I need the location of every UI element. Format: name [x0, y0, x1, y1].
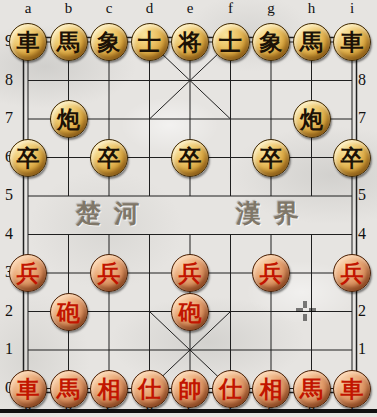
file-label-top-g: g — [264, 1, 278, 16]
piece-black-soldier-g6[interactable]: 卒 — [252, 139, 290, 177]
piece-black-horse-h9[interactable]: 馬 — [293, 23, 331, 61]
piece-red-soldier-c3[interactable]: 兵 — [90, 254, 128, 292]
piece-red-chariot-i0[interactable]: 車 — [333, 370, 371, 408]
file-label-top-a: a — [21, 1, 35, 16]
piece-red-soldier-a3[interactable]: 兵 — [9, 254, 47, 292]
piece-grid: 車馬象士将士象馬車炮炮卒卒卒卒卒兵兵兵兵兵砲砲車馬相仕帥仕相馬車 — [8, 23, 373, 408]
piece-black-chariot-a9[interactable]: 車 — [9, 23, 47, 61]
crosshair-cursor — [296, 301, 316, 321]
piece-red-elephant-g0[interactable]: 相 — [252, 370, 290, 408]
xiangqi-board[interactable]: 楚河 漢界 aabbccddeeffgghhii9988776655443322… — [0, 0, 377, 417]
piece-black-horse-b9[interactable]: 馬 — [50, 23, 88, 61]
piece-black-cannon-h7[interactable]: 炮 — [293, 100, 331, 138]
piece-red-chariot-a0[interactable]: 車 — [9, 370, 47, 408]
piece-black-soldier-e6[interactable]: 卒 — [171, 139, 209, 177]
file-label-top-e: e — [183, 1, 197, 16]
file-label-top-h: h — [305, 1, 319, 16]
file-label-top-i: i — [345, 1, 359, 16]
piece-black-soldier-i6[interactable]: 卒 — [333, 139, 371, 177]
piece-red-general-e0[interactable]: 帥 — [171, 370, 209, 408]
piece-black-advisor-d9[interactable]: 士 — [131, 23, 169, 61]
file-label-top-f: f — [224, 1, 238, 16]
piece-black-advisor-f9[interactable]: 士 — [212, 23, 250, 61]
piece-black-cannon-b7[interactable]: 炮 — [50, 100, 88, 138]
file-label-top-c: c — [102, 1, 116, 16]
file-label-top-d: d — [143, 1, 157, 16]
piece-black-chariot-i9[interactable]: 車 — [333, 23, 371, 61]
piece-red-soldier-i3[interactable]: 兵 — [333, 254, 371, 292]
piece-red-soldier-g3[interactable]: 兵 — [252, 254, 290, 292]
piece-red-horse-h0[interactable]: 馬 — [293, 370, 331, 408]
piece-red-advisor-f0[interactable]: 仕 — [212, 370, 250, 408]
file-label-top-b: b — [62, 1, 76, 16]
piece-black-elephant-c9[interactable]: 象 — [90, 23, 128, 61]
piece-red-horse-b0[interactable]: 馬 — [50, 370, 88, 408]
piece-red-soldier-e3[interactable]: 兵 — [171, 254, 209, 292]
bottom-border-bar — [0, 409, 377, 413]
piece-red-elephant-c0[interactable]: 相 — [90, 370, 128, 408]
piece-red-cannon-e2[interactable]: 砲 — [171, 293, 209, 331]
piece-black-elephant-g9[interactable]: 象 — [252, 23, 290, 61]
piece-black-general-e9[interactable]: 将 — [171, 23, 209, 61]
piece-black-soldier-c6[interactable]: 卒 — [90, 139, 128, 177]
piece-red-advisor-d0[interactable]: 仕 — [131, 370, 169, 408]
piece-red-cannon-b2[interactable]: 砲 — [50, 293, 88, 331]
piece-black-soldier-a6[interactable]: 卒 — [9, 139, 47, 177]
